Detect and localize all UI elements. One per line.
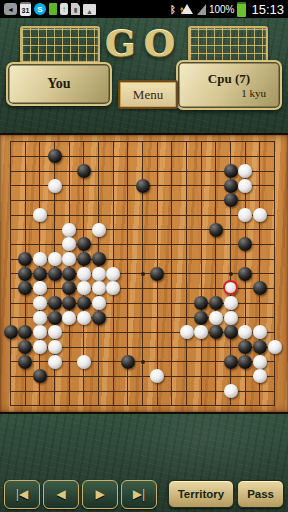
stone-white	[268, 340, 282, 354]
stone-white	[106, 281, 120, 295]
wifi-icon	[181, 4, 193, 14]
skip-to-end-button[interactable]: ▶|	[121, 480, 157, 509]
stone-black	[224, 179, 238, 193]
stone-white	[62, 311, 76, 325]
stone-black	[238, 267, 252, 281]
phone-sync-icon: ↑	[60, 3, 68, 15]
stone-white	[253, 208, 267, 222]
back-tag-icon: ◄	[4, 3, 17, 15]
stone-black	[224, 193, 238, 207]
stone-black	[92, 311, 106, 325]
stone-white	[33, 311, 47, 325]
grid-line	[186, 141, 187, 406]
menu-button[interactable]: Menu	[118, 80, 178, 109]
calendar-icon: 31	[20, 2, 31, 16]
bottom-section: |◀ ◀ ▶ ▶| Territory Pass	[0, 414, 288, 512]
stone-black	[18, 325, 32, 339]
clock-label: 15:13	[251, 2, 284, 17]
stone-white	[62, 223, 76, 237]
stone-white	[253, 325, 267, 339]
stone-black	[77, 237, 91, 251]
step-forward-button[interactable]: ▶	[82, 480, 118, 509]
step-forward-icon: ▶	[95, 487, 104, 501]
stone-white	[33, 208, 47, 222]
pass-button[interactable]: Pass	[237, 480, 284, 508]
stone-white	[33, 296, 47, 310]
status-icons-left: ◄31S↑▮▲	[4, 2, 96, 16]
sim-card-icon: ▮	[71, 3, 80, 15]
stone-white	[48, 355, 62, 369]
stone-black	[77, 296, 91, 310]
skip-to-start-button[interactable]: |◀	[4, 480, 40, 509]
stone-black	[33, 267, 47, 281]
toolbar: |◀ ◀ ▶ ▶| Territory Pass	[0, 479, 288, 509]
go-board[interactable]	[0, 133, 288, 414]
stone-black	[224, 355, 238, 369]
stone-white	[253, 355, 267, 369]
stone-white	[209, 311, 223, 325]
stone-black	[194, 296, 208, 310]
stone-black	[62, 296, 76, 310]
stone-black	[150, 267, 164, 281]
player-white-plaque: Cpu (7) 1 kyu	[176, 60, 282, 110]
territory-button-label: Territory	[178, 488, 224, 500]
app-screen: ◄31S↑▮▲ ᛒ 100% 15:13 GO You Cpu (7) 1 ky…	[0, 0, 288, 512]
pass-button-label: Pass	[247, 488, 274, 500]
stone-white	[92, 281, 106, 295]
player-white-name: Cpu (7)	[208, 71, 250, 87]
stone-black	[136, 179, 150, 193]
stone-black	[48, 149, 62, 163]
stone-black	[18, 281, 32, 295]
stone-black	[253, 281, 267, 295]
stone-white	[77, 311, 91, 325]
grid-line	[10, 376, 275, 377]
grid-line	[10, 405, 275, 406]
stone-white	[77, 355, 91, 369]
stone-black	[48, 296, 62, 310]
grid-line	[171, 141, 172, 406]
stone-black	[194, 311, 208, 325]
stone-white	[224, 384, 238, 398]
stone-white	[253, 369, 267, 383]
stone-white	[48, 340, 62, 354]
stone-black	[77, 164, 91, 178]
stone-white	[62, 237, 76, 251]
stone-white	[77, 281, 91, 295]
stone-white	[224, 296, 238, 310]
stone-white	[33, 281, 47, 295]
player-black-name: You	[47, 76, 70, 92]
stone-white	[238, 179, 252, 193]
stone-black	[209, 325, 223, 339]
stone-black	[62, 267, 76, 281]
step-back-icon: ◀	[56, 487, 65, 501]
stone-white	[33, 252, 47, 266]
stone-black	[238, 340, 252, 354]
signal-icon	[197, 4, 206, 15]
battery-percent-label: 100%	[209, 4, 235, 15]
stone-white	[48, 325, 62, 339]
player-black-plaque: You	[6, 62, 112, 106]
grid-line	[274, 141, 275, 406]
status-icons-right: ᛒ 100% 15:13	[169, 2, 284, 17]
stone-white	[238, 164, 252, 178]
stone-black	[92, 252, 106, 266]
stone-black	[209, 223, 223, 237]
player-white-rank: 1 kyu	[241, 87, 266, 99]
stone-black	[48, 311, 62, 325]
stone-black	[18, 355, 32, 369]
stone-black	[48, 267, 62, 281]
stone-black	[224, 164, 238, 178]
gallery-icon: ▲	[83, 4, 96, 15]
stone-white	[77, 267, 91, 281]
stone-white-last-move	[223, 280, 238, 295]
stone-black	[33, 369, 47, 383]
territory-button[interactable]: Territory	[168, 480, 234, 508]
stone-white	[238, 325, 252, 339]
header: GO You Cpu (7) 1 kyu Menu	[0, 18, 288, 133]
stone-white	[33, 340, 47, 354]
stone-black	[238, 355, 252, 369]
stone-white	[48, 179, 62, 193]
stone-white	[92, 267, 106, 281]
stone-white	[92, 223, 106, 237]
stone-black	[238, 237, 252, 251]
stone-black	[62, 281, 76, 295]
stone-white	[92, 296, 106, 310]
stone-black	[18, 267, 32, 281]
star-point	[141, 272, 145, 276]
stone-white	[238, 208, 252, 222]
stone-black	[253, 340, 267, 354]
stone-black	[224, 325, 238, 339]
stone-black	[18, 340, 32, 354]
grid-line	[201, 141, 202, 406]
battery-mini-icon	[49, 3, 57, 15]
step-back-button[interactable]: ◀	[43, 480, 79, 509]
stone-black	[4, 325, 18, 339]
stone-black	[209, 296, 223, 310]
stone-white	[62, 252, 76, 266]
stone-white	[150, 369, 164, 383]
stone-white	[48, 252, 62, 266]
stone-black	[121, 355, 135, 369]
skip-to-start-icon: |◀	[16, 487, 28, 501]
menu-button-label: Menu	[133, 87, 163, 103]
grid-line	[215, 141, 216, 406]
stone-white	[224, 311, 238, 325]
stone-white	[106, 267, 120, 281]
skype-icon: S	[34, 3, 46, 15]
stone-white	[33, 325, 47, 339]
skip-to-end-icon: ▶|	[133, 487, 145, 501]
star-point	[141, 360, 145, 364]
star-point	[229, 272, 233, 276]
stone-black	[77, 252, 91, 266]
stone-white	[180, 325, 194, 339]
battery-icon	[237, 2, 246, 17]
bluetooth-icon: ᛒ	[169, 3, 177, 15]
stone-white	[194, 325, 208, 339]
status-bar: ◄31S↑▮▲ ᛒ 100% 15:13	[0, 0, 288, 18]
app-title: GO	[0, 22, 288, 64]
stone-black	[18, 252, 32, 266]
